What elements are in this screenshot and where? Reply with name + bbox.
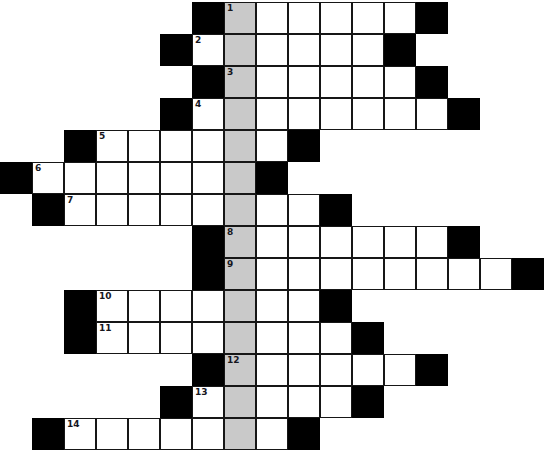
letter-cell[interactable] xyxy=(160,162,192,194)
letter-cell[interactable] xyxy=(256,194,288,226)
letter-cell[interactable] xyxy=(128,418,160,450)
solution-column-cell[interactable] xyxy=(224,194,256,226)
letter-cell[interactable] xyxy=(384,66,416,98)
empty-cell xyxy=(448,130,480,162)
letter-cell[interactable] xyxy=(352,66,384,98)
empty-cell xyxy=(352,130,384,162)
letter-cell[interactable] xyxy=(320,322,352,354)
empty-cell xyxy=(480,290,512,322)
block-cell xyxy=(416,354,448,386)
empty-cell xyxy=(32,66,64,98)
solution-column-cell[interactable] xyxy=(224,162,256,194)
clue-number: 11 xyxy=(99,323,112,334)
empty-cell xyxy=(32,290,64,322)
letter-cell[interactable] xyxy=(288,2,320,34)
letter-cell[interactable] xyxy=(160,130,192,162)
block-cell xyxy=(352,322,384,354)
empty-cell xyxy=(448,290,480,322)
empty-cell xyxy=(480,162,512,194)
empty-cell xyxy=(512,130,544,162)
empty-cell xyxy=(64,226,96,258)
block-cell xyxy=(0,162,32,194)
letter-cell[interactable] xyxy=(192,130,224,162)
empty-cell xyxy=(512,386,544,418)
block-cell xyxy=(352,386,384,418)
empty-cell xyxy=(416,322,448,354)
letter-cell[interactable] xyxy=(288,322,320,354)
letter-cell[interactable] xyxy=(256,34,288,66)
empty-cell xyxy=(480,98,512,130)
empty-cell xyxy=(320,162,352,194)
letter-cell[interactable]: 10 xyxy=(96,290,128,322)
empty-cell xyxy=(480,194,512,226)
solution-column-cell[interactable]: 9 xyxy=(224,258,256,290)
clue-number: 10 xyxy=(99,291,112,302)
empty-cell xyxy=(448,162,480,194)
letter-cell[interactable] xyxy=(256,354,288,386)
empty-cell xyxy=(96,354,128,386)
empty-cell xyxy=(128,34,160,66)
letter-cell[interactable]: 7 xyxy=(64,194,96,226)
letter-cell[interactable] xyxy=(416,98,448,130)
letter-cell[interactable] xyxy=(352,98,384,130)
empty-cell xyxy=(384,322,416,354)
letter-cell[interactable] xyxy=(352,258,384,290)
block-cell xyxy=(192,258,224,290)
block-cell xyxy=(416,2,448,34)
empty-cell xyxy=(0,194,32,226)
empty-cell xyxy=(0,34,32,66)
solution-column-cell[interactable] xyxy=(224,386,256,418)
block-cell xyxy=(32,418,64,450)
clue-number: 6 xyxy=(35,163,41,174)
letter-cell[interactable] xyxy=(160,418,192,450)
empty-cell xyxy=(448,194,480,226)
empty-cell xyxy=(64,34,96,66)
letter-cell[interactable] xyxy=(128,130,160,162)
empty-cell xyxy=(160,226,192,258)
empty-cell xyxy=(64,98,96,130)
solution-column-cell[interactable]: 12 xyxy=(224,354,256,386)
block-cell xyxy=(416,66,448,98)
empty-cell xyxy=(64,386,96,418)
letter-cell[interactable] xyxy=(320,386,352,418)
empty-cell xyxy=(96,98,128,130)
empty-cell xyxy=(32,130,64,162)
empty-cell xyxy=(0,290,32,322)
letter-cell[interactable] xyxy=(480,258,512,290)
solution-column-cell[interactable]: 8 xyxy=(224,226,256,258)
empty-cell xyxy=(32,258,64,290)
empty-cell xyxy=(96,66,128,98)
empty-cell xyxy=(448,34,480,66)
empty-cell xyxy=(416,34,448,66)
letter-cell[interactable]: 6 xyxy=(32,162,64,194)
empty-cell xyxy=(480,322,512,354)
letter-cell[interactable] xyxy=(288,194,320,226)
empty-cell xyxy=(0,258,32,290)
block-cell xyxy=(64,290,96,322)
letter-cell[interactable] xyxy=(288,354,320,386)
empty-cell xyxy=(512,66,544,98)
empty-cell xyxy=(64,258,96,290)
letter-cell[interactable] xyxy=(256,2,288,34)
empty-cell xyxy=(384,290,416,322)
empty-cell xyxy=(480,66,512,98)
block-cell xyxy=(256,162,288,194)
letter-cell[interactable] xyxy=(352,226,384,258)
empty-cell xyxy=(416,130,448,162)
block-cell xyxy=(192,66,224,98)
empty-cell xyxy=(352,162,384,194)
empty-cell xyxy=(512,226,544,258)
empty-cell xyxy=(448,2,480,34)
letter-cell[interactable] xyxy=(96,194,128,226)
empty-cell xyxy=(416,162,448,194)
empty-cell xyxy=(128,98,160,130)
solution-column-cell[interactable]: 1 xyxy=(224,2,256,34)
letter-cell[interactable] xyxy=(256,386,288,418)
empty-cell xyxy=(0,98,32,130)
empty-cell xyxy=(96,386,128,418)
solution-column-cell[interactable] xyxy=(224,418,256,450)
clue-number: 7 xyxy=(67,195,73,206)
clue-number: 4 xyxy=(195,99,201,110)
letter-cell[interactable] xyxy=(256,66,288,98)
block-cell xyxy=(192,354,224,386)
letter-cell[interactable] xyxy=(128,290,160,322)
empty-cell xyxy=(160,66,192,98)
empty-cell xyxy=(0,322,32,354)
letter-cell[interactable] xyxy=(320,226,352,258)
clue-number: 14 xyxy=(67,419,80,430)
empty-cell xyxy=(32,322,64,354)
solution-column-cell[interactable]: 3 xyxy=(224,66,256,98)
letter-cell[interactable] xyxy=(256,98,288,130)
empty-cell xyxy=(448,354,480,386)
empty-cell xyxy=(0,2,32,34)
empty-cell xyxy=(416,290,448,322)
empty-cell xyxy=(448,386,480,418)
empty-cell xyxy=(128,258,160,290)
block-cell xyxy=(320,194,352,226)
empty-cell xyxy=(416,386,448,418)
empty-cell xyxy=(480,226,512,258)
empty-cell xyxy=(512,162,544,194)
letter-cell[interactable] xyxy=(256,226,288,258)
empty-cell xyxy=(416,418,448,450)
clue-number: 12 xyxy=(227,355,240,366)
empty-cell xyxy=(512,354,544,386)
letter-cell[interactable]: 13 xyxy=(192,386,224,418)
letter-cell[interactable]: 14 xyxy=(64,418,96,450)
letter-cell[interactable] xyxy=(288,226,320,258)
letter-cell[interactable] xyxy=(320,354,352,386)
empty-cell xyxy=(480,386,512,418)
empty-cell xyxy=(352,418,384,450)
letter-cell[interactable] xyxy=(256,418,288,450)
letter-cell[interactable] xyxy=(320,34,352,66)
letter-cell[interactable] xyxy=(128,194,160,226)
block-cell xyxy=(192,226,224,258)
empty-cell xyxy=(384,194,416,226)
empty-cell xyxy=(32,98,64,130)
empty-cell xyxy=(512,322,544,354)
letter-cell[interactable] xyxy=(96,162,128,194)
block-cell xyxy=(384,34,416,66)
empty-cell xyxy=(448,418,480,450)
empty-cell xyxy=(32,386,64,418)
solution-column-cell[interactable] xyxy=(224,98,256,130)
letter-cell[interactable] xyxy=(416,226,448,258)
clue-number: 8 xyxy=(227,227,233,238)
empty-cell xyxy=(512,418,544,450)
empty-cell xyxy=(96,258,128,290)
letter-cell[interactable] xyxy=(288,386,320,418)
empty-cell xyxy=(0,226,32,258)
clue-number: 1 xyxy=(227,3,233,14)
letter-cell[interactable] xyxy=(352,2,384,34)
empty-cell xyxy=(160,354,192,386)
solution-column-cell[interactable] xyxy=(224,34,256,66)
empty-cell xyxy=(64,2,96,34)
empty-cell xyxy=(480,418,512,450)
empty-cell xyxy=(0,354,32,386)
empty-cell xyxy=(416,194,448,226)
letter-cell[interactable] xyxy=(64,162,96,194)
block-cell xyxy=(448,98,480,130)
empty-cell xyxy=(160,258,192,290)
empty-cell xyxy=(32,226,64,258)
empty-cell xyxy=(32,354,64,386)
empty-cell xyxy=(352,290,384,322)
letter-cell[interactable] xyxy=(288,34,320,66)
empty-cell xyxy=(32,34,64,66)
empty-cell xyxy=(320,418,352,450)
empty-cell xyxy=(0,130,32,162)
letter-cell[interactable] xyxy=(192,194,224,226)
clue-number: 2 xyxy=(195,35,201,46)
empty-cell xyxy=(32,2,64,34)
clue-number: 5 xyxy=(99,131,105,142)
empty-cell xyxy=(0,66,32,98)
empty-cell xyxy=(64,354,96,386)
empty-cell xyxy=(480,354,512,386)
solution-column-cell[interactable] xyxy=(224,130,256,162)
clue-number: 13 xyxy=(195,387,208,398)
empty-cell xyxy=(384,418,416,450)
block-cell xyxy=(64,130,96,162)
empty-cell xyxy=(448,66,480,98)
solution-column-cell[interactable] xyxy=(224,290,256,322)
letter-cell[interactable] xyxy=(416,258,448,290)
crossword-board: 1234567891011121314 xyxy=(0,2,544,450)
letter-cell[interactable] xyxy=(288,258,320,290)
empty-cell xyxy=(384,130,416,162)
letter-cell[interactable] xyxy=(160,290,192,322)
letter-cell[interactable] xyxy=(288,66,320,98)
empty-cell xyxy=(64,66,96,98)
empty-cell xyxy=(384,386,416,418)
empty-cell xyxy=(96,226,128,258)
block-cell xyxy=(32,194,64,226)
empty-cell xyxy=(480,34,512,66)
letter-cell[interactable] xyxy=(320,98,352,130)
letter-cell[interactable] xyxy=(256,290,288,322)
empty-cell xyxy=(512,2,544,34)
letter-cell[interactable] xyxy=(192,162,224,194)
block-cell xyxy=(320,290,352,322)
empty-cell xyxy=(160,2,192,34)
letter-cell[interactable]: 5 xyxy=(96,130,128,162)
letter-cell[interactable] xyxy=(320,2,352,34)
clue-number: 9 xyxy=(227,259,233,270)
block-cell xyxy=(160,98,192,130)
empty-cell xyxy=(320,130,352,162)
letter-cell[interactable] xyxy=(256,322,288,354)
letter-cell[interactable]: 11 xyxy=(96,322,128,354)
empty-cell xyxy=(352,194,384,226)
letter-cell[interactable] xyxy=(192,418,224,450)
block-cell xyxy=(448,226,480,258)
letter-cell[interactable] xyxy=(448,258,480,290)
empty-cell xyxy=(128,2,160,34)
letter-cell[interactable] xyxy=(320,258,352,290)
block-cell xyxy=(64,322,96,354)
block-cell xyxy=(192,2,224,34)
letter-cell[interactable] xyxy=(384,2,416,34)
letter-cell[interactable] xyxy=(192,290,224,322)
empty-cell xyxy=(128,66,160,98)
empty-cell xyxy=(480,130,512,162)
letter-cell[interactable] xyxy=(160,194,192,226)
empty-cell xyxy=(128,226,160,258)
empty-cell xyxy=(128,386,160,418)
clue-number: 3 xyxy=(227,67,233,78)
empty-cell xyxy=(96,34,128,66)
letter-cell[interactable] xyxy=(128,322,160,354)
letter-cell[interactable]: 2 xyxy=(192,34,224,66)
block-cell xyxy=(288,130,320,162)
empty-cell xyxy=(96,2,128,34)
letter-cell[interactable] xyxy=(384,226,416,258)
letter-cell[interactable] xyxy=(288,290,320,322)
empty-cell xyxy=(448,322,480,354)
letter-cell[interactable] xyxy=(352,34,384,66)
letter-cell[interactable] xyxy=(288,98,320,130)
empty-cell xyxy=(512,34,544,66)
letter-cell[interactable] xyxy=(320,66,352,98)
block-cell xyxy=(512,258,544,290)
letter-cell[interactable] xyxy=(256,130,288,162)
letter-cell[interactable] xyxy=(384,354,416,386)
letter-cell[interactable] xyxy=(96,418,128,450)
letter-cell[interactable] xyxy=(160,322,192,354)
block-cell xyxy=(160,34,192,66)
empty-cell xyxy=(0,386,32,418)
empty-cell xyxy=(128,354,160,386)
letter-cell[interactable]: 4 xyxy=(192,98,224,130)
empty-cell xyxy=(384,162,416,194)
empty-cell xyxy=(512,98,544,130)
block-cell xyxy=(160,386,192,418)
letter-cell[interactable] xyxy=(384,98,416,130)
letter-cell[interactable] xyxy=(256,258,288,290)
letter-cell[interactable] xyxy=(384,258,416,290)
letter-cell[interactable] xyxy=(192,322,224,354)
empty-cell xyxy=(288,162,320,194)
crossword-page: 1234567891011121314 xyxy=(0,0,544,454)
empty-cell xyxy=(480,2,512,34)
letter-cell[interactable] xyxy=(352,354,384,386)
solution-column-cell[interactable] xyxy=(224,322,256,354)
empty-cell xyxy=(512,290,544,322)
empty-cell xyxy=(512,194,544,226)
empty-cell xyxy=(0,418,32,450)
block-cell xyxy=(288,418,320,450)
letter-cell[interactable] xyxy=(128,162,160,194)
